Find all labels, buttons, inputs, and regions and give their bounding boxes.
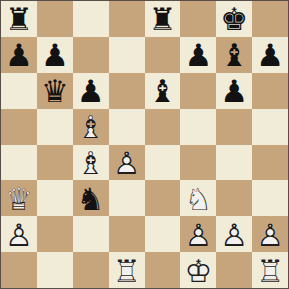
square-b2[interactable] [37, 216, 73, 252]
black-pawn-piece[interactable]: ♟ [180, 37, 216, 73]
square-g1[interactable] [216, 252, 252, 288]
square-e3[interactable] [145, 180, 181, 216]
black-rook-piece[interactable]: ♜ [145, 1, 181, 37]
square-e4[interactable] [145, 145, 181, 181]
square-h4[interactable] [252, 145, 288, 181]
square-d3[interactable] [109, 180, 145, 216]
square-h2[interactable]: ♟♙ [252, 216, 288, 252]
black-rook-piece[interactable]: ♜ [1, 1, 37, 37]
square-d4[interactable]: ♟♙ [109, 145, 145, 181]
square-h7[interactable]: ♟ [252, 37, 288, 73]
white-pawn-outline-glyph: ♙ [1, 217, 37, 253]
square-h5[interactable] [252, 109, 288, 145]
square-d2[interactable] [109, 216, 145, 252]
square-a2[interactable]: ♟♙ [1, 216, 37, 252]
square-e1[interactable] [145, 252, 181, 288]
square-a8[interactable]: ♜ [1, 1, 37, 37]
white-pawn-piece[interactable]: ♟♙ [216, 216, 252, 252]
white-knight-piece[interactable]: ♞♘ [180, 180, 216, 216]
white-bishop-piece[interactable]: ♝♗ [73, 145, 109, 181]
black-bishop-fill-glyph: ♝ [145, 74, 181, 110]
square-c2[interactable] [73, 216, 109, 252]
square-b3[interactable] [37, 180, 73, 216]
black-pawn-fill-glyph: ♟ [180, 38, 216, 74]
white-bishop-piece[interactable]: ♝♗ [73, 109, 109, 145]
black-pawn-fill-glyph: ♟ [37, 38, 73, 74]
white-pawn-outline-glyph: ♙ [252, 217, 288, 253]
square-c5[interactable]: ♝♗ [73, 109, 109, 145]
square-c6[interactable]: ♟ [73, 73, 109, 109]
black-pawn-fill-glyph: ♟ [1, 38, 37, 74]
square-f3[interactable]: ♞♘ [180, 180, 216, 216]
black-pawn-fill-glyph: ♟ [252, 38, 288, 74]
square-g4[interactable] [216, 145, 252, 181]
square-h6[interactable] [252, 73, 288, 109]
square-h3[interactable] [252, 180, 288, 216]
square-b4[interactable] [37, 145, 73, 181]
black-pawn-piece[interactable]: ♟ [73, 73, 109, 109]
square-b8[interactable] [37, 1, 73, 37]
square-b7[interactable]: ♟ [37, 37, 73, 73]
square-e2[interactable] [145, 216, 181, 252]
white-rook-outline-glyph: ♖ [252, 253, 288, 289]
white-queen-piece[interactable]: ♛♕ [1, 180, 37, 216]
black-knight-fill-glyph: ♞ [73, 181, 109, 217]
white-rook-piece[interactable]: ♜♖ [252, 252, 288, 288]
square-c8[interactable] [73, 1, 109, 37]
black-king-piece[interactable]: ♚ [216, 1, 252, 37]
black-queen-piece[interactable]: ♛ [37, 73, 73, 109]
square-a4[interactable] [1, 145, 37, 181]
square-c4[interactable]: ♝♗ [73, 145, 109, 181]
square-d8[interactable] [109, 1, 145, 37]
square-b1[interactable] [37, 252, 73, 288]
white-pawn-piece[interactable]: ♟♙ [109, 145, 145, 181]
black-rook-fill-glyph: ♜ [145, 2, 181, 38]
square-g6[interactable]: ♟ [216, 73, 252, 109]
white-pawn-piece[interactable]: ♟♙ [252, 216, 288, 252]
white-pawn-outline-glyph: ♙ [180, 217, 216, 253]
black-knight-piece[interactable]: ♞ [73, 180, 109, 216]
square-a7[interactable]: ♟ [1, 37, 37, 73]
square-g2[interactable]: ♟♙ [216, 216, 252, 252]
white-pawn-outline-glyph: ♙ [216, 217, 252, 253]
square-a3[interactable]: ♛♕ [1, 180, 37, 216]
black-queen-fill-glyph: ♛ [37, 74, 73, 110]
square-e6[interactable]: ♝ [145, 73, 181, 109]
square-f7[interactable]: ♟ [180, 37, 216, 73]
square-f1[interactable]: ♚♔ [180, 252, 216, 288]
square-b5[interactable] [37, 109, 73, 145]
white-pawn-outline-glyph: ♙ [109, 146, 145, 182]
white-rook-outline-glyph: ♖ [109, 253, 145, 289]
square-d5[interactable] [109, 109, 145, 145]
square-g3[interactable] [216, 180, 252, 216]
white-king-outline-glyph: ♔ [180, 253, 216, 289]
square-d1[interactable]: ♜♖ [109, 252, 145, 288]
square-c3[interactable]: ♞ [73, 180, 109, 216]
square-h8[interactable] [252, 1, 288, 37]
square-f5[interactable] [180, 109, 216, 145]
white-king-piece[interactable]: ♚♔ [180, 252, 216, 288]
white-bishop-outline-glyph: ♗ [73, 146, 109, 182]
square-d7[interactable] [109, 37, 145, 73]
black-pawn-piece[interactable]: ♟ [252, 37, 288, 73]
square-f4[interactable] [180, 145, 216, 181]
square-f2[interactable]: ♟♙ [180, 216, 216, 252]
square-g8[interactable]: ♚ [216, 1, 252, 37]
black-bishop-fill-glyph: ♝ [216, 38, 252, 74]
white-bishop-outline-glyph: ♗ [73, 110, 109, 146]
black-king-fill-glyph: ♚ [216, 2, 252, 38]
white-queen-outline-glyph: ♕ [1, 181, 37, 217]
square-f8[interactable] [180, 1, 216, 37]
black-rook-fill-glyph: ♜ [1, 2, 37, 38]
chess-board: ♜♜♚♟♟♟♝♟♛♟♝♟♝♗♝♗♟♙♛♕♞♞♘♟♙♟♙♟♙♟♙♜♖♚♔♜♖ [0, 0, 289, 289]
square-g7[interactable]: ♝ [216, 37, 252, 73]
square-e8[interactable]: ♜ [145, 1, 181, 37]
black-pawn-piece[interactable]: ♟ [216, 73, 252, 109]
black-pawn-piece[interactable]: ♟ [1, 37, 37, 73]
square-d6[interactable] [109, 73, 145, 109]
square-a5[interactable] [1, 109, 37, 145]
square-c1[interactable] [73, 252, 109, 288]
black-bishop-piece[interactable]: ♝ [216, 37, 252, 73]
black-pawn-fill-glyph: ♟ [73, 74, 109, 110]
white-pawn-piece[interactable]: ♟♙ [180, 216, 216, 252]
white-pawn-piece[interactable]: ♟♙ [1, 216, 37, 252]
white-knight-outline-glyph: ♘ [180, 181, 216, 217]
square-f6[interactable] [180, 73, 216, 109]
square-e5[interactable] [145, 109, 181, 145]
square-e7[interactable] [145, 37, 181, 73]
square-c7[interactable] [73, 37, 109, 73]
square-a1[interactable] [1, 252, 37, 288]
square-b6[interactable]: ♛ [37, 73, 73, 109]
white-rook-piece[interactable]: ♜♖ [109, 252, 145, 288]
square-h1[interactable]: ♜♖ [252, 252, 288, 288]
black-pawn-fill-glyph: ♟ [216, 74, 252, 110]
black-bishop-piece[interactable]: ♝ [145, 73, 181, 109]
square-g5[interactable] [216, 109, 252, 145]
square-a6[interactable] [1, 73, 37, 109]
black-pawn-piece[interactable]: ♟ [37, 37, 73, 73]
